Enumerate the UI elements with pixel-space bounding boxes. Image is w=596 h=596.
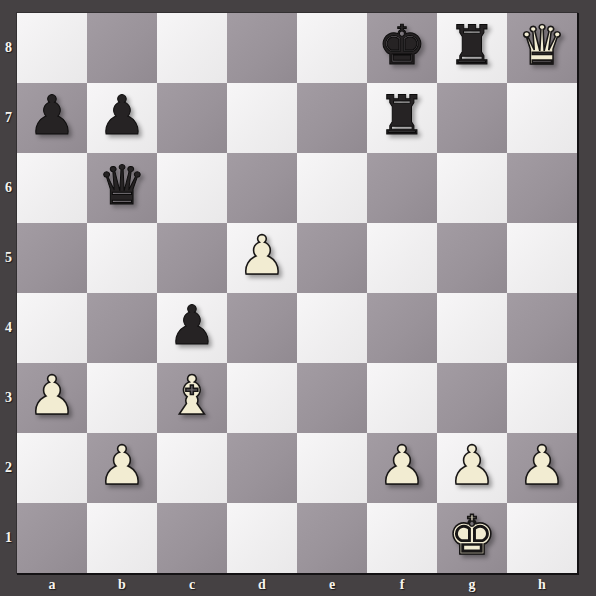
square-g7[interactable]	[437, 83, 507, 153]
square-d6[interactable]	[227, 153, 297, 223]
square-e8[interactable]	[297, 13, 367, 83]
square-f6[interactable]	[367, 153, 437, 223]
square-f1[interactable]	[367, 503, 437, 573]
square-d1[interactable]	[227, 503, 297, 573]
square-g2[interactable]: ♟	[437, 433, 507, 503]
piece-white-bishop[interactable]: ♝	[168, 369, 216, 423]
square-g6[interactable]	[437, 153, 507, 223]
square-h8[interactable]: ♛	[507, 13, 577, 83]
square-b5[interactable]	[87, 223, 157, 293]
rank-label-8: 8	[0, 13, 17, 83]
square-c1[interactable]	[157, 503, 227, 573]
piece-white-pawn[interactable]: ♟	[28, 369, 76, 423]
square-f5[interactable]	[367, 223, 437, 293]
square-b3[interactable]	[87, 363, 157, 433]
square-b6[interactable]: ♛	[87, 153, 157, 223]
square-d7[interactable]	[227, 83, 297, 153]
piece-black-rook[interactable]: ♜	[448, 19, 496, 73]
square-b8[interactable]	[87, 13, 157, 83]
square-h3[interactable]	[507, 363, 577, 433]
square-d8[interactable]	[227, 13, 297, 83]
rank-label-4: 4	[0, 293, 17, 363]
square-c5[interactable]	[157, 223, 227, 293]
square-g3[interactable]	[437, 363, 507, 433]
square-a3[interactable]: ♟	[17, 363, 87, 433]
square-f3[interactable]	[367, 363, 437, 433]
piece-white-pawn[interactable]: ♟	[238, 229, 286, 283]
square-f2[interactable]: ♟	[367, 433, 437, 503]
chess-board: ♚♜♛♟♟♜♛♟♟♟♝♟♟♟♟♚	[17, 13, 579, 575]
square-e1[interactable]	[297, 503, 367, 573]
square-a8[interactable]	[17, 13, 87, 83]
square-h5[interactable]	[507, 223, 577, 293]
piece-white-king[interactable]: ♚	[448, 509, 496, 563]
piece-black-queen[interactable]: ♛	[98, 159, 146, 213]
piece-white-queen[interactable]: ♛	[518, 19, 566, 73]
piece-white-pawn[interactable]: ♟	[448, 439, 496, 493]
file-label-d: d	[227, 575, 297, 596]
square-h7[interactable]	[507, 83, 577, 153]
file-label-c: c	[157, 575, 227, 596]
square-c6[interactable]	[157, 153, 227, 223]
rank-labels: 87654321	[0, 13, 17, 573]
square-h1[interactable]	[507, 503, 577, 573]
square-h2[interactable]: ♟	[507, 433, 577, 503]
file-label-b: b	[87, 575, 157, 596]
file-label-g: g	[437, 575, 507, 596]
piece-black-pawn[interactable]: ♟	[28, 89, 76, 143]
piece-black-pawn[interactable]: ♟	[98, 89, 146, 143]
square-e4[interactable]	[297, 293, 367, 363]
rank-label-2: 2	[0, 433, 17, 503]
piece-black-pawn[interactable]: ♟	[168, 299, 216, 353]
square-a7[interactable]: ♟	[17, 83, 87, 153]
square-h4[interactable]	[507, 293, 577, 363]
square-e7[interactable]	[297, 83, 367, 153]
piece-black-king[interactable]: ♚	[378, 19, 426, 73]
square-d5[interactable]: ♟	[227, 223, 297, 293]
square-c3[interactable]: ♝	[157, 363, 227, 433]
square-d4[interactable]	[227, 293, 297, 363]
piece-white-pawn[interactable]: ♟	[98, 439, 146, 493]
rank-label-3: 3	[0, 363, 17, 433]
square-e6[interactable]	[297, 153, 367, 223]
square-e3[interactable]	[297, 363, 367, 433]
square-b1[interactable]	[87, 503, 157, 573]
file-label-h: h	[507, 575, 577, 596]
square-a4[interactable]	[17, 293, 87, 363]
square-f7[interactable]: ♜	[367, 83, 437, 153]
file-label-f: f	[367, 575, 437, 596]
square-b7[interactable]: ♟	[87, 83, 157, 153]
square-b4[interactable]	[87, 293, 157, 363]
square-h6[interactable]	[507, 153, 577, 223]
square-c7[interactable]	[157, 83, 227, 153]
square-d3[interactable]	[227, 363, 297, 433]
square-f8[interactable]: ♚	[367, 13, 437, 83]
square-g1[interactable]: ♚	[437, 503, 507, 573]
square-c2[interactable]	[157, 433, 227, 503]
rank-label-1: 1	[0, 503, 17, 573]
rank-label-7: 7	[0, 83, 17, 153]
square-e5[interactable]	[297, 223, 367, 293]
file-labels: abcdefgh	[17, 575, 577, 596]
rank-label-6: 6	[0, 153, 17, 223]
file-label-e: e	[297, 575, 367, 596]
square-a5[interactable]	[17, 223, 87, 293]
square-b2[interactable]: ♟	[87, 433, 157, 503]
chess-board-frame: 87654321 ♚♜♛♟♟♜♛♟♟♟♝♟♟♟♟♚ abcdefgh	[0, 0, 596, 596]
square-a1[interactable]	[17, 503, 87, 573]
square-c4[interactable]: ♟	[157, 293, 227, 363]
square-e2[interactable]	[297, 433, 367, 503]
piece-white-pawn[interactable]: ♟	[518, 439, 566, 493]
piece-white-pawn[interactable]: ♟	[378, 439, 426, 493]
square-g8[interactable]: ♜	[437, 13, 507, 83]
piece-black-rook[interactable]: ♜	[378, 89, 426, 143]
file-label-a: a	[17, 575, 87, 596]
square-f4[interactable]	[367, 293, 437, 363]
square-c8[interactable]	[157, 13, 227, 83]
rank-label-5: 5	[0, 223, 17, 293]
square-g5[interactable]	[437, 223, 507, 293]
square-g4[interactable]	[437, 293, 507, 363]
square-a6[interactable]	[17, 153, 87, 223]
square-a2[interactable]	[17, 433, 87, 503]
square-d2[interactable]	[227, 433, 297, 503]
